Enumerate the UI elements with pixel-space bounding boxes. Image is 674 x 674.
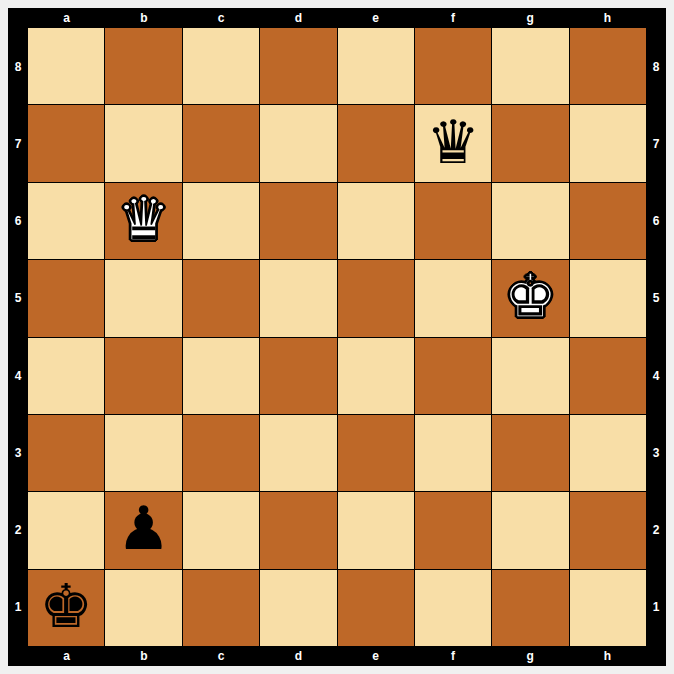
file-labels-top: a b c d e f g h xyxy=(28,8,646,28)
square-e4[interactable] xyxy=(338,338,414,414)
file-label: c xyxy=(183,646,260,666)
piece-black-king-a1[interactable]: ♚ xyxy=(39,576,93,636)
square-a5[interactable] xyxy=(28,260,104,336)
rank-label: 5 xyxy=(8,260,28,337)
square-f4[interactable] xyxy=(415,338,491,414)
square-f3[interactable] xyxy=(415,415,491,491)
rank-label: 4 xyxy=(646,337,666,414)
square-d2[interactable] xyxy=(260,492,336,568)
square-b8[interactable] xyxy=(105,28,181,104)
rank-label: 3 xyxy=(646,414,666,491)
square-h8[interactable] xyxy=(570,28,646,104)
square-d3[interactable] xyxy=(260,415,336,491)
rank-label: 2 xyxy=(8,492,28,569)
square-c3[interactable] xyxy=(183,415,259,491)
board-frame: a b c d e f g h a b c d e f g h 8 7 6 5 … xyxy=(8,8,666,666)
square-d7[interactable] xyxy=(260,105,336,181)
file-label: h xyxy=(569,8,646,28)
file-label: c xyxy=(183,8,260,28)
file-label: d xyxy=(260,646,337,666)
rank-labels-left: 8 7 6 5 4 3 2 1 xyxy=(8,28,28,646)
square-c8[interactable] xyxy=(183,28,259,104)
square-c7[interactable] xyxy=(183,105,259,181)
square-c6[interactable] xyxy=(183,183,259,259)
square-a6[interactable] xyxy=(28,183,104,259)
square-g4[interactable] xyxy=(492,338,568,414)
file-label: b xyxy=(105,8,182,28)
square-h2[interactable] xyxy=(570,492,646,568)
rank-label: 7 xyxy=(8,105,28,182)
square-g7[interactable] xyxy=(492,105,568,181)
square-c4[interactable] xyxy=(183,338,259,414)
file-label: f xyxy=(414,646,491,666)
square-h1[interactable] xyxy=(570,570,646,646)
square-a1[interactable]: ♚ xyxy=(28,570,104,646)
square-b1[interactable] xyxy=(105,570,181,646)
square-b4[interactable] xyxy=(105,338,181,414)
file-label: d xyxy=(260,8,337,28)
file-labels-bottom: a b c d e f g h xyxy=(28,646,646,666)
file-label: e xyxy=(337,646,414,666)
square-f7[interactable]: ♛ xyxy=(415,105,491,181)
square-b3[interactable] xyxy=(105,415,181,491)
square-e2[interactable] xyxy=(338,492,414,568)
piece-white-queen-b6[interactable]: ♛ xyxy=(117,189,171,249)
square-b5[interactable] xyxy=(105,260,181,336)
rank-label: 5 xyxy=(646,260,666,337)
square-c2[interactable] xyxy=(183,492,259,568)
square-e8[interactable] xyxy=(338,28,414,104)
rank-label: 6 xyxy=(8,183,28,260)
square-h4[interactable] xyxy=(570,338,646,414)
square-g5[interactable]: ♚ xyxy=(492,260,568,336)
square-b2[interactable]: ♟ xyxy=(105,492,181,568)
square-d6[interactable] xyxy=(260,183,336,259)
square-e3[interactable] xyxy=(338,415,414,491)
rank-label: 6 xyxy=(646,183,666,260)
file-label: f xyxy=(414,8,491,28)
piece-white-king-g5[interactable]: ♚ xyxy=(504,266,558,326)
square-h5[interactable] xyxy=(570,260,646,336)
square-h3[interactable] xyxy=(570,415,646,491)
rank-label: 8 xyxy=(646,28,666,105)
piece-black-queen-f7[interactable]: ♛ xyxy=(426,112,480,172)
file-label: a xyxy=(28,8,105,28)
square-g3[interactable] xyxy=(492,415,568,491)
file-label: e xyxy=(337,8,414,28)
file-label: b xyxy=(105,646,182,666)
piece-black-pawn-b2[interactable]: ♟ xyxy=(117,498,171,558)
square-a7[interactable] xyxy=(28,105,104,181)
square-d1[interactable] xyxy=(260,570,336,646)
square-g2[interactable] xyxy=(492,492,568,568)
square-f1[interactable] xyxy=(415,570,491,646)
square-e5[interactable] xyxy=(338,260,414,336)
file-label: a xyxy=(28,646,105,666)
square-a3[interactable] xyxy=(28,415,104,491)
square-g6[interactable] xyxy=(492,183,568,259)
square-c1[interactable] xyxy=(183,570,259,646)
chess-board: ♛♛♚♟♚ xyxy=(28,28,646,646)
rank-label: 8 xyxy=(8,28,28,105)
rank-label: 2 xyxy=(646,492,666,569)
square-d5[interactable] xyxy=(260,260,336,336)
square-b7[interactable] xyxy=(105,105,181,181)
rank-label: 4 xyxy=(8,337,28,414)
square-h7[interactable] xyxy=(570,105,646,181)
square-a8[interactable] xyxy=(28,28,104,104)
rank-label: 1 xyxy=(646,569,666,646)
page-background: a b c d e f g h a b c d e f g h 8 7 6 5 … xyxy=(0,0,674,674)
file-label: g xyxy=(492,8,569,28)
file-label: g xyxy=(492,646,569,666)
rank-labels-right: 8 7 6 5 4 3 2 1 xyxy=(646,28,666,646)
square-a4[interactable] xyxy=(28,338,104,414)
file-label: h xyxy=(569,646,646,666)
square-a2[interactable] xyxy=(28,492,104,568)
square-f2[interactable] xyxy=(415,492,491,568)
square-e6[interactable] xyxy=(338,183,414,259)
square-c5[interactable] xyxy=(183,260,259,336)
rank-label: 3 xyxy=(8,414,28,491)
square-d8[interactable] xyxy=(260,28,336,104)
square-g8[interactable] xyxy=(492,28,568,104)
square-h6[interactable] xyxy=(570,183,646,259)
rank-label: 1 xyxy=(8,569,28,646)
square-e1[interactable] xyxy=(338,570,414,646)
square-f5[interactable] xyxy=(415,260,491,336)
square-b6[interactable]: ♛ xyxy=(105,183,181,259)
square-f6[interactable] xyxy=(415,183,491,259)
square-d4[interactable] xyxy=(260,338,336,414)
rank-label: 7 xyxy=(646,105,666,182)
square-g1[interactable] xyxy=(492,570,568,646)
square-e7[interactable] xyxy=(338,105,414,181)
square-f8[interactable] xyxy=(415,28,491,104)
